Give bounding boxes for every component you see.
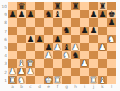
- square-f6[interactable]: ♟: [53, 35, 62, 43]
- square-a8[interactable]: [8, 18, 17, 26]
- square-i5[interactable]: [80, 43, 89, 51]
- square-d1[interactable]: [35, 76, 44, 84]
- white-pawn-piece[interactable]: ♟: [45, 51, 53, 59]
- square-d4[interactable]: [35, 51, 44, 59]
- square-k9[interactable]: ♟: [98, 10, 107, 18]
- black-pawn-piece[interactable]: ♟: [18, 10, 26, 18]
- square-a10[interactable]: [8, 2, 17, 10]
- square-j6[interactable]: [89, 35, 98, 43]
- square-h4[interactable]: ♞: [71, 51, 80, 59]
- square-j5[interactable]: [89, 43, 98, 51]
- square-i8[interactable]: [80, 18, 89, 26]
- rank-label-2: 2: [1, 68, 7, 75]
- square-j1[interactable]: ♜: [89, 76, 98, 84]
- black-bishop-piece[interactable]: ♝: [63, 43, 71, 51]
- square-b8[interactable]: [17, 18, 26, 26]
- square-f9[interactable]: ♝: [53, 10, 62, 18]
- square-l7[interactable]: [107, 27, 116, 35]
- square-h10[interactable]: ♜: [71, 2, 80, 10]
- square-k1[interactable]: ♝: [98, 76, 107, 84]
- black-pawn-piece[interactable]: ♟: [90, 10, 98, 18]
- rank-label-1: 1: [1, 76, 7, 83]
- white-pawn-piece[interactable]: ♟: [27, 68, 35, 76]
- file-label-l: l: [108, 84, 116, 90]
- square-l2[interactable]: [107, 68, 116, 76]
- square-j7[interactable]: ♟: [89, 27, 98, 35]
- square-b7[interactable]: [17, 27, 26, 35]
- square-a5[interactable]: [8, 43, 17, 51]
- square-d5[interactable]: [35, 43, 44, 51]
- square-h2[interactable]: [71, 68, 80, 76]
- square-f8[interactable]: [53, 18, 62, 26]
- chess-board[interactable]: ♛♜♜♜♟♟♟♞♝♟♟♚♟♞♟♟♟♟♟♞♟♟♝♟♟♟♞♞♝♛♟♟♟♟♜♞♚♜♜♝: [8, 2, 116, 84]
- file-label-e: e: [45, 84, 53, 90]
- black-pawn-piece[interactable]: ♟: [90, 27, 98, 35]
- square-e1[interactable]: ♚: [44, 76, 53, 84]
- square-i4[interactable]: [80, 51, 89, 59]
- square-e3[interactable]: [44, 59, 53, 67]
- square-h1[interactable]: [71, 76, 80, 84]
- rank-label-7: 7: [1, 27, 7, 34]
- square-c6[interactable]: ♟: [26, 35, 35, 43]
- square-h8[interactable]: [71, 18, 80, 26]
- white-rook-piece[interactable]: ♜: [54, 76, 62, 84]
- black-pawn-piece[interactable]: ♟: [27, 35, 35, 43]
- square-c7[interactable]: [26, 27, 35, 35]
- black-pawn-piece[interactable]: ♟: [45, 43, 53, 51]
- square-l1[interactable]: [107, 76, 116, 84]
- square-l6[interactable]: ♞: [107, 35, 116, 43]
- square-d8[interactable]: [35, 18, 44, 26]
- square-g4[interactable]: ♞: [62, 51, 71, 59]
- square-k7[interactable]: [98, 27, 107, 35]
- square-d6[interactable]: ♟: [35, 35, 44, 43]
- square-f2[interactable]: [53, 68, 62, 76]
- square-f10[interactable]: ♜: [53, 2, 62, 10]
- rank-label-6: 6: [1, 35, 7, 42]
- square-d3[interactable]: [35, 59, 44, 67]
- square-g2[interactable]: [62, 68, 71, 76]
- square-e2[interactable]: [44, 68, 53, 76]
- file-label-k: k: [99, 84, 107, 90]
- square-l4[interactable]: [107, 51, 116, 59]
- black-bishop-piece[interactable]: ♝: [54, 10, 62, 18]
- square-g8[interactable]: [62, 18, 71, 26]
- square-e5[interactable]: ♟: [44, 43, 53, 51]
- square-k10[interactable]: ♜: [98, 2, 107, 10]
- square-k6[interactable]: [98, 35, 107, 43]
- square-f5[interactable]: ♟: [53, 43, 62, 51]
- square-c8[interactable]: [26, 18, 35, 26]
- square-l8[interactable]: ♟: [107, 18, 116, 26]
- square-i9[interactable]: [80, 10, 89, 18]
- square-c5[interactable]: [26, 43, 35, 51]
- file-label-h: h: [72, 84, 80, 90]
- square-a9[interactable]: ♟: [8, 10, 17, 18]
- black-rook-piece[interactable]: ♜: [54, 2, 62, 10]
- square-k4[interactable]: [98, 51, 107, 59]
- black-pawn-piece[interactable]: ♟: [108, 18, 116, 26]
- black-knight-piece[interactable]: ♞: [72, 51, 80, 59]
- white-pawn-piece[interactable]: ♟: [9, 68, 17, 76]
- black-king-piece[interactable]: ♚: [108, 10, 116, 18]
- file-labels: abcdefghijkl: [8, 84, 116, 91]
- white-rook-piece[interactable]: ♜: [90, 76, 98, 84]
- square-k2[interactable]: [98, 68, 107, 76]
- black-pawn-piece[interactable]: ♟: [99, 10, 107, 18]
- square-b4[interactable]: [17, 51, 26, 59]
- square-g9[interactable]: [62, 10, 71, 18]
- rank-label-5: 5: [1, 44, 7, 51]
- square-e7[interactable]: [44, 27, 53, 35]
- black-knight-piece[interactable]: ♞: [45, 10, 53, 18]
- square-d7[interactable]: [35, 27, 44, 35]
- square-f7[interactable]: [53, 27, 62, 35]
- square-d10[interactable]: [35, 2, 44, 10]
- white-bishop-piece[interactable]: ♝: [99, 76, 107, 84]
- white-bishop-piece[interactable]: ♝: [18, 59, 26, 67]
- square-i10[interactable]: [80, 2, 89, 10]
- black-pawn-piece[interactable]: ♟: [9, 10, 17, 18]
- file-label-f: f: [54, 84, 62, 90]
- square-j8[interactable]: [89, 18, 98, 26]
- rank-label-10: 10: [1, 3, 7, 10]
- square-e8[interactable]: [44, 18, 53, 26]
- white-knight-piece[interactable]: ♞: [63, 51, 71, 59]
- square-h7[interactable]: [71, 27, 80, 35]
- square-g7[interactable]: ♞: [62, 27, 71, 35]
- square-i2[interactable]: [80, 68, 89, 76]
- square-i7[interactable]: ♟: [80, 27, 89, 35]
- square-b1[interactable]: ♞: [17, 76, 26, 84]
- rank-label-4: 4: [1, 52, 7, 59]
- white-king-piece[interactable]: ♚: [45, 76, 53, 84]
- file-label-i: i: [81, 84, 89, 90]
- square-k3[interactable]: [98, 59, 107, 67]
- square-j10[interactable]: [89, 2, 98, 10]
- square-c2[interactable]: ♟: [26, 68, 35, 76]
- rank-label-9: 9: [1, 11, 7, 18]
- square-b10[interactable]: ♛: [17, 2, 26, 10]
- square-j9[interactable]: ♟: [89, 10, 98, 18]
- square-g5[interactable]: ♝: [62, 43, 71, 51]
- square-b9[interactable]: ♟: [17, 10, 26, 18]
- square-f1[interactable]: ♜: [53, 76, 62, 84]
- file-label-d: d: [36, 84, 44, 90]
- square-j4[interactable]: [89, 51, 98, 59]
- square-e9[interactable]: ♞: [44, 10, 53, 18]
- black-pawn-piece[interactable]: ♟: [27, 10, 35, 18]
- square-i1[interactable]: [80, 76, 89, 84]
- square-c9[interactable]: ♟: [26, 10, 35, 18]
- square-d2[interactable]: [35, 68, 44, 76]
- file-label-a: a: [9, 84, 17, 90]
- square-h5[interactable]: ♟: [71, 43, 80, 51]
- square-h9[interactable]: [71, 10, 80, 18]
- square-i3[interactable]: ♟: [80, 59, 89, 67]
- rank-labels: 10987654321: [0, 2, 7, 84]
- white-pawn-piece[interactable]: ♟: [99, 43, 107, 51]
- square-b6[interactable]: [17, 35, 26, 43]
- square-c10[interactable]: [26, 2, 35, 10]
- square-d9[interactable]: [35, 10, 44, 18]
- square-h3[interactable]: [71, 59, 80, 67]
- white-pawn-piece[interactable]: ♟: [18, 68, 26, 76]
- file-label-j: j: [90, 84, 98, 90]
- black-queen-piece[interactable]: ♛: [18, 2, 26, 10]
- square-e6[interactable]: [44, 35, 53, 43]
- square-a1[interactable]: ♜: [8, 76, 17, 84]
- square-c3[interactable]: ♛: [26, 59, 35, 67]
- white-knight-piece[interactable]: ♞: [18, 76, 26, 84]
- square-e10[interactable]: [44, 2, 53, 10]
- black-rook-piece[interactable]: ♜: [99, 2, 107, 10]
- file-label-b: b: [18, 84, 26, 90]
- square-e4[interactable]: ♟: [44, 51, 53, 59]
- white-pawn-piece[interactable]: ♟: [81, 59, 89, 67]
- black-knight-piece[interactable]: ♞: [63, 27, 71, 35]
- square-a4[interactable]: [8, 51, 17, 59]
- square-g6[interactable]: [62, 35, 71, 43]
- square-i6[interactable]: [80, 35, 89, 43]
- square-l3[interactable]: [107, 59, 116, 67]
- file-label-c: c: [27, 84, 35, 90]
- square-k8[interactable]: [98, 18, 107, 26]
- white-pawn-piece[interactable]: ♟: [72, 43, 80, 51]
- square-f4[interactable]: [53, 51, 62, 59]
- square-a7[interactable]: [8, 27, 17, 35]
- square-a6[interactable]: [8, 35, 17, 43]
- rank-label-3: 3: [1, 60, 7, 67]
- square-a2[interactable]: ♟: [8, 68, 17, 76]
- square-c1[interactable]: [26, 76, 35, 84]
- white-pawn-piece[interactable]: ♟: [54, 43, 62, 51]
- square-c4[interactable]: [26, 51, 35, 59]
- square-h6[interactable]: [71, 35, 80, 43]
- square-l5[interactable]: [107, 43, 116, 51]
- square-g3[interactable]: [62, 59, 71, 67]
- black-pawn-piece[interactable]: ♟: [36, 35, 44, 43]
- square-a3[interactable]: [8, 59, 17, 67]
- square-b5[interactable]: [17, 43, 26, 51]
- square-j3[interactable]: [89, 59, 98, 67]
- white-knight-piece[interactable]: ♞: [108, 35, 116, 43]
- square-l10[interactable]: [107, 2, 116, 10]
- square-j2[interactable]: [89, 68, 98, 76]
- square-b2[interactable]: ♟: [17, 68, 26, 76]
- black-rook-piece[interactable]: ♜: [72, 2, 80, 10]
- square-b3[interactable]: ♝: [17, 59, 26, 67]
- white-rook-piece[interactable]: ♜: [9, 76, 17, 84]
- black-pawn-piece[interactable]: ♟: [81, 27, 89, 35]
- square-k5[interactable]: ♟: [98, 43, 107, 51]
- square-g10[interactable]: [62, 2, 71, 10]
- rank-label-8: 8: [1, 19, 7, 26]
- square-f3[interactable]: [53, 59, 62, 67]
- white-queen-piece[interactable]: ♛: [27, 59, 35, 67]
- square-g1[interactable]: [62, 76, 71, 84]
- file-label-g: g: [63, 84, 71, 90]
- square-l9[interactable]: ♚: [107, 10, 116, 18]
- black-pawn-piece[interactable]: ♟: [54, 35, 62, 43]
